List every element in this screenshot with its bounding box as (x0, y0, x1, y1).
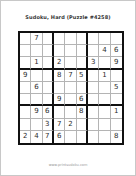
cell-r3c5[interactable] (65, 57, 76, 69)
cell-r4c2[interactable] (31, 70, 42, 82)
cell-r3c3[interactable] (43, 57, 54, 69)
cell-r8c2[interactable] (31, 119, 42, 131)
cell-r6c2[interactable] (31, 94, 42, 106)
cell-r2c9[interactable]: 6 (111, 45, 122, 57)
cell-r8c6[interactable] (77, 119, 88, 131)
cell-r9c8[interactable] (99, 131, 110, 143)
cell-r3c2[interactable]: 1 (31, 57, 42, 69)
cell-r7c2[interactable]: 9 (31, 106, 42, 118)
cell-r9c9[interactable]: 8 (111, 131, 122, 143)
cell-r6c3[interactable] (43, 94, 54, 106)
cell-r9c7[interactable] (88, 131, 99, 143)
cell-r8c5[interactable]: 2 (65, 119, 76, 131)
cell-r1c1[interactable] (20, 33, 31, 45)
cell-r3c6[interactable] (77, 57, 88, 69)
cell-r6c9[interactable] (111, 94, 122, 106)
cell-r5c2[interactable]: 6 (31, 82, 42, 94)
footer-url: www.printsudoku.com (1, 163, 135, 167)
cell-r2c1[interactable] (20, 45, 31, 57)
cell-r6c1[interactable] (20, 94, 31, 106)
cell-r2c6[interactable] (77, 45, 88, 57)
cell-r6c8[interactable] (99, 94, 110, 106)
cell-r1c6[interactable] (77, 33, 88, 45)
cell-r1c5[interactable] (65, 33, 76, 45)
cell-r5c9[interactable]: 5 (111, 82, 122, 94)
cell-r4c8[interactable]: 1 (99, 70, 110, 82)
cell-r8c7[interactable] (88, 119, 99, 131)
cell-r7c3[interactable]: 6 (43, 106, 54, 118)
cell-r9c3[interactable]: 7 (43, 131, 54, 143)
cell-r4c3[interactable] (43, 70, 54, 82)
cell-r1c2[interactable]: 7 (31, 33, 42, 45)
cell-r6c7[interactable] (88, 94, 99, 106)
cell-r4c4[interactable]: 8 (54, 70, 65, 82)
cell-r1c8[interactable] (99, 33, 110, 45)
cell-r7c4[interactable] (54, 106, 65, 118)
cell-r5c1[interactable] (20, 82, 31, 94)
cell-r2c8[interactable]: 4 (99, 45, 110, 57)
cell-r2c7[interactable] (88, 45, 99, 57)
cell-r9c6[interactable] (77, 131, 88, 143)
cell-r8c8[interactable] (99, 119, 110, 131)
cell-r5c7[interactable] (88, 82, 99, 94)
cell-r3c1[interactable] (20, 57, 31, 69)
cell-r8c1[interactable] (20, 119, 31, 131)
cell-r5c8[interactable] (99, 82, 110, 94)
cell-r6c4[interactable]: 9 (54, 94, 65, 106)
puzzle-title: Sudoku, Hard (Puzzle #4258) (1, 14, 135, 20)
cell-r1c3[interactable] (43, 33, 54, 45)
cell-r1c9[interactable] (111, 33, 122, 45)
cell-r2c5[interactable] (65, 45, 76, 57)
cell-r7c1[interactable] (20, 106, 31, 118)
cell-r9c4[interactable]: 6 (54, 131, 65, 143)
cell-r6c6[interactable]: 6 (77, 94, 88, 106)
cell-r5c5[interactable] (65, 82, 76, 94)
cell-r8c3[interactable]: 3 (43, 119, 54, 131)
cell-r3c7[interactable]: 3 (88, 57, 99, 69)
cell-r9c5[interactable] (65, 131, 76, 143)
cell-r7c9[interactable]: 1 (111, 106, 122, 118)
cell-r5c4[interactable] (54, 82, 65, 94)
cell-r9c1[interactable]: 2 (20, 131, 31, 143)
cell-r7c8[interactable] (99, 106, 110, 118)
cell-r7c7[interactable] (88, 106, 99, 118)
cell-r5c3[interactable] (43, 82, 54, 94)
cell-r3c4[interactable]: 2 (54, 57, 65, 69)
cell-r4c9[interactable] (111, 70, 122, 82)
cell-r7c5[interactable] (65, 106, 76, 118)
cell-r5c6[interactable] (77, 82, 88, 94)
cell-r8c9[interactable] (111, 119, 122, 131)
page: Sudoku, Hard (Puzzle #4258) 746123998751… (0, 0, 136, 176)
cell-r8c4[interactable]: 7 (54, 119, 65, 131)
cell-r2c2[interactable] (31, 45, 42, 57)
cell-r4c1[interactable]: 9 (20, 70, 31, 82)
cell-r9c2[interactable]: 4 (31, 131, 42, 143)
cell-r2c4[interactable] (54, 45, 65, 57)
cell-r3c9[interactable]: 9 (111, 57, 122, 69)
sudoku-board: 7461239987516596968137224768 (18, 31, 124, 145)
cell-r4c7[interactable] (88, 70, 99, 82)
cell-r1c7[interactable] (88, 33, 99, 45)
cell-r6c5[interactable] (65, 94, 76, 106)
cell-r4c6[interactable]: 5 (77, 70, 88, 82)
cell-r1c4[interactable] (54, 33, 65, 45)
cell-r2c3[interactable] (43, 45, 54, 57)
cell-r7c6[interactable]: 8 (77, 106, 88, 118)
cell-r4c5[interactable]: 7 (65, 70, 76, 82)
cell-r3c8[interactable] (99, 57, 110, 69)
